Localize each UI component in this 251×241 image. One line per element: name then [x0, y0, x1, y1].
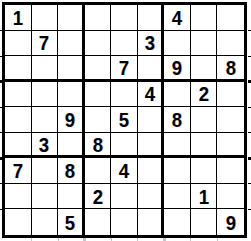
sudoku-cell-r5c8[interactable] [191, 107, 218, 133]
grid-line-overshoot [0, 183, 3, 184]
sudoku-cell-r4c2[interactable] [32, 82, 59, 108]
sudoku-cell-r8c3[interactable] [58, 184, 85, 210]
sudoku-cell-r7c7[interactable] [164, 158, 191, 184]
sudoku-cell-r4c6[interactable]: 4 [138, 82, 165, 108]
sudoku-cell-r8c4[interactable]: 2 [85, 184, 112, 210]
cell-digit: 4 [119, 160, 129, 181]
sudoku-cell-r3c5[interactable]: 7 [111, 56, 138, 82]
grid-line-overshoot [0, 56, 3, 57]
sudoku-cell-r1c9[interactable] [217, 5, 244, 31]
sudoku-cell-r6c8[interactable] [191, 133, 218, 159]
sudoku-cell-r8c8[interactable]: 1 [191, 184, 218, 210]
sudoku-cell-r1c8[interactable] [191, 5, 218, 31]
sudoku-cell-r5c2[interactable] [32, 107, 59, 133]
sudoku-cell-r2c8[interactable] [191, 31, 218, 57]
sudoku-cell-r1c7[interactable]: 4 [164, 5, 191, 31]
sudoku-cell-r6c9[interactable] [217, 133, 244, 159]
cell-digit: 8 [172, 109, 182, 130]
sudoku-cell-r4c3[interactable] [58, 82, 85, 108]
sudoku-cell-r5c3[interactable]: 9 [58, 107, 85, 133]
sudoku-cell-r4c7[interactable] [164, 82, 191, 108]
sudoku-cell-r6c6[interactable] [138, 133, 165, 159]
sudoku-cell-r9c6[interactable] [138, 209, 165, 235]
cell-digit: 4 [172, 7, 182, 28]
cell-digit: 7 [39, 32, 49, 53]
sudoku-cell-r9c2[interactable] [32, 209, 59, 235]
sudoku-cell-r7c3[interactable]: 8 [58, 158, 85, 184]
cell-digit: 8 [92, 134, 102, 155]
sudoku-cell-r9c3[interactable]: 5 [58, 209, 85, 235]
grid-line-overshoot [248, 107, 251, 108]
sudoku-cell-r7c8[interactable] [191, 158, 218, 184]
sudoku-cell-r7c2[interactable] [32, 158, 59, 184]
cell-digit: 8 [226, 57, 236, 78]
sudoku-cell-r7c5[interactable]: 4 [111, 158, 138, 184]
sudoku-cell-r3c8[interactable] [191, 56, 218, 82]
grid-line-overshoot [248, 183, 251, 184]
sudoku-cell-r9c7[interactable] [164, 209, 191, 235]
sudoku-cell-r5c9[interactable] [217, 107, 244, 133]
sudoku-cell-r3c3[interactable] [58, 56, 85, 82]
sudoku-cell-r5c7[interactable]: 8 [164, 107, 191, 133]
cell-digit: 2 [92, 186, 102, 207]
grid-line-overshoot [248, 157, 251, 160]
grid-line-overshoot [248, 132, 251, 133]
sudoku-cell-r3c1[interactable] [5, 56, 32, 82]
sudoku-cell-r4c9[interactable] [217, 82, 244, 108]
sudoku-cell-r6c1[interactable] [5, 133, 32, 159]
grid-line-overshoot [0, 209, 3, 210]
sudoku-board: 147379842958387842159 [2, 2, 247, 238]
sudoku-cell-r3c4[interactable] [85, 56, 112, 82]
sudoku-cell-r8c9[interactable] [217, 184, 244, 210]
sudoku-cell-r7c6[interactable] [138, 158, 165, 184]
grid-line-overshoot [0, 107, 3, 108]
sudoku-cell-r4c8[interactable]: 2 [191, 82, 218, 108]
sudoku-cell-r5c5[interactable]: 5 [111, 107, 138, 133]
sudoku-cell-r9c4[interactable] [85, 209, 112, 235]
cell-digit: 5 [65, 212, 75, 233]
sudoku-cell-r2c9[interactable] [217, 31, 244, 57]
sudoku-cell-r6c7[interactable] [164, 133, 191, 159]
sudoku-cell-r2c6[interactable]: 3 [138, 31, 165, 57]
sudoku-cell-r1c1[interactable]: 1 [5, 5, 32, 31]
cell-digit: 7 [13, 160, 23, 181]
sudoku-cell-r1c6[interactable] [138, 5, 165, 31]
grid-line-overshoot [0, 157, 3, 160]
cell-digit: 8 [65, 160, 75, 181]
sudoku-cell-r8c2[interactable] [32, 184, 59, 210]
cell-digit: 1 [13, 7, 23, 28]
sudoku-cell-r2c5[interactable] [111, 31, 138, 57]
sudoku-cell-r2c7[interactable] [164, 31, 191, 57]
sudoku-cell-r1c4[interactable] [85, 5, 112, 31]
sudoku-cell-r2c2[interactable]: 7 [32, 31, 59, 57]
sudoku-cell-r5c4[interactable] [85, 107, 112, 133]
sudoku-cell-r2c1[interactable] [5, 31, 32, 57]
sudoku-cell-r3c6[interactable] [138, 56, 165, 82]
sudoku-cell-r1c3[interactable] [58, 5, 85, 31]
sudoku-cell-r9c1[interactable] [5, 209, 32, 235]
sudoku-cell-r9c8[interactable] [191, 209, 218, 235]
grid-line-overshoot [0, 80, 3, 83]
sudoku-cell-r5c6[interactable] [138, 107, 165, 133]
screenshot-root: 147379842958387842159 [0, 0, 251, 241]
cell-digit: 3 [144, 32, 154, 53]
grid-line-overshoot [248, 30, 251, 31]
cell-digit: 5 [119, 109, 129, 130]
sudoku-cell-r3c2[interactable] [32, 56, 59, 82]
sudoku-cell-r7c9[interactable] [217, 158, 244, 184]
sudoku-cell-r3c9[interactable]: 8 [217, 56, 244, 82]
sudoku-cell-r4c4[interactable] [85, 82, 112, 108]
sudoku-cell-r9c5[interactable] [111, 209, 138, 235]
sudoku-cell-r4c5[interactable] [111, 82, 138, 108]
sudoku-cell-r2c4[interactable] [85, 31, 112, 57]
cell-digit: 7 [119, 57, 129, 78]
sudoku-cell-r8c7[interactable] [164, 184, 191, 210]
sudoku-cell-r8c1[interactable] [5, 184, 32, 210]
sudoku-cell-r7c4[interactable] [85, 158, 112, 184]
grid-line-overshoot [248, 209, 251, 210]
cell-digit: 9 [226, 212, 236, 233]
sudoku-cell-r3c7[interactable]: 9 [164, 56, 191, 82]
cell-digit: 4 [144, 83, 154, 104]
sudoku-cell-r5c1[interactable] [5, 107, 32, 133]
cell-digit: 9 [65, 109, 75, 130]
sudoku-cell-r1c2[interactable] [32, 5, 59, 31]
sudoku-cell-r4c1[interactable] [5, 82, 32, 108]
cell-digit: 2 [199, 83, 209, 104]
sudoku-cell-r6c2[interactable]: 3 [32, 133, 59, 159]
sudoku-cell-r2c3[interactable] [58, 31, 85, 57]
sudoku-cell-r1c5[interactable] [111, 5, 138, 31]
cell-digit: 1 [199, 186, 209, 207]
sudoku-cell-r8c5[interactable] [111, 184, 138, 210]
sudoku-cell-r6c4[interactable]: 8 [85, 133, 112, 159]
cell-digit: 9 [172, 57, 182, 78]
sudoku-cell-r8c6[interactable] [138, 184, 165, 210]
sudoku-cell-r6c3[interactable] [58, 133, 85, 159]
grid-line-overshoot [248, 56, 251, 57]
sudoku-cell-r7c1[interactable]: 7 [5, 158, 32, 184]
grid-line-overshoot [248, 80, 251, 83]
grid-line-overshoot [0, 30, 3, 31]
cell-digit: 3 [39, 134, 49, 155]
sudoku-cell-r6c5[interactable] [111, 133, 138, 159]
sudoku-cell-r9c9[interactable]: 9 [217, 209, 244, 235]
grid-line-overshoot [0, 132, 3, 133]
